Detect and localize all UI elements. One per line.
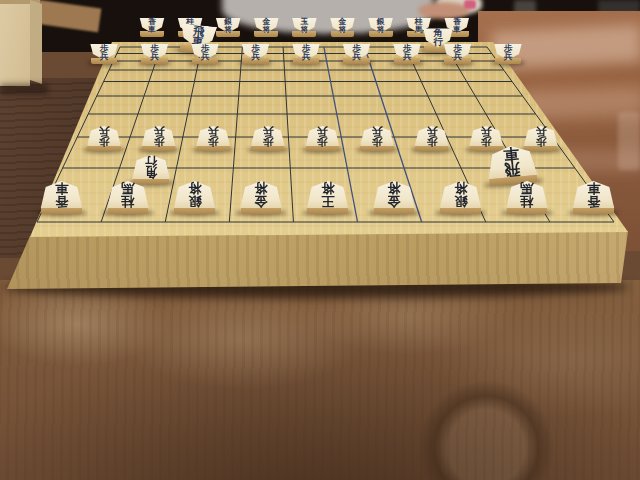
piece-G-r1c6[interactable]: 金将 — [330, 18, 356, 37]
piece-kanji: 金将 — [330, 18, 356, 33]
piece-P-r7c6[interactable]: 歩兵 — [359, 126, 395, 151]
piece-S-r1c7[interactable]: 銀将 — [368, 18, 394, 37]
piece-P-r7c5[interactable]: 歩兵 — [304, 126, 340, 151]
piece-kanji: 飛車 — [485, 144, 540, 180]
piece-N-r9c2[interactable]: 桂馬 — [106, 181, 150, 214]
piece-kanji: 香車 — [40, 181, 84, 208]
piece-kanji: 歩兵 — [443, 44, 472, 60]
piece-kanji: 金将 — [239, 181, 283, 208]
piece-kanji: 歩兵 — [191, 44, 220, 60]
piece-kanji: 香車 — [139, 18, 165, 33]
piece-P-r3c2[interactable]: 歩兵 — [140, 44, 169, 64]
piece-P-r3c6[interactable]: 歩兵 — [342, 44, 371, 64]
piece-N-r9c8[interactable]: 桂馬 — [505, 181, 549, 214]
piece-kanji: 歩兵 — [468, 126, 504, 146]
piece-kanji: 桂馬 — [505, 181, 549, 208]
shogi-photo-scene: 香車桂馬銀将金将玉将金将銀将桂馬香車飛車角行歩兵歩兵歩兵歩兵歩兵歩兵歩兵歩兵歩兵… — [0, 0, 640, 480]
piece-kanji: 銀将 — [439, 181, 483, 208]
piece-kanji: 銀将 — [368, 18, 394, 33]
piece-K-r1c5[interactable]: 玉将 — [291, 18, 317, 37]
piece-kanji: 桂馬 — [106, 181, 150, 208]
piece-P-r7c2[interactable]: 歩兵 — [141, 126, 177, 151]
piece-kanji: 玉将 — [291, 18, 317, 33]
piece-L-r9c9[interactable]: 香車 — [572, 181, 616, 214]
piece-kanji: 王将 — [306, 181, 350, 208]
piece-G-r1c4[interactable]: 金将 — [253, 18, 279, 37]
piece-kanji: 銀将 — [173, 181, 217, 208]
piece-kanji: 金将 — [372, 181, 416, 208]
piece-P-r3c9[interactable]: 歩兵 — [494, 44, 523, 64]
piece-P-r3c1[interactable]: 歩兵 — [90, 44, 119, 64]
piece-kanji: 歩兵 — [414, 126, 450, 146]
piece-G-r9c4[interactable]: 金将 — [239, 181, 283, 214]
piece-kanji: 歩兵 — [342, 44, 371, 60]
piece-P-r3c8[interactable]: 歩兵 — [443, 44, 472, 64]
piece-kanji: 歩兵 — [359, 126, 395, 146]
piece-P-r7c7[interactable]: 歩兵 — [414, 126, 450, 151]
piece-L-r1c1[interactable]: 香車 — [139, 18, 165, 37]
piece-P-r3c3[interactable]: 歩兵 — [191, 44, 220, 64]
piece-S-r9c3[interactable]: 銀将 — [173, 181, 217, 214]
piece-kanji: 金将 — [253, 18, 279, 33]
piece-K-r9c5[interactable]: 王将 — [306, 181, 350, 214]
piece-kanji: 歩兵 — [141, 126, 177, 146]
piece-S-r1c3[interactable]: 銀将 — [215, 18, 241, 37]
piece-kanji: 歩兵 — [393, 44, 422, 60]
piece-P-r7c4[interactable]: 歩兵 — [250, 126, 286, 151]
piece-G-r9c6[interactable]: 金将 — [372, 181, 416, 214]
piece-kanji: 歩兵 — [250, 126, 286, 146]
piece-kanji: 歩兵 — [292, 44, 321, 60]
piece-S-r9c7[interactable]: 銀将 — [439, 181, 483, 214]
piece-R-r8c8[interactable]: 飛車 — [485, 144, 540, 186]
piece-P-r7c1[interactable]: 歩兵 — [86, 126, 122, 151]
pieces-layer: 香車桂馬銀将金将玉将金将銀将桂馬香車飛車角行歩兵歩兵歩兵歩兵歩兵歩兵歩兵歩兵歩兵… — [0, 0, 640, 480]
piece-P-r3c7[interactable]: 歩兵 — [393, 44, 422, 64]
piece-kanji: 歩兵 — [90, 44, 119, 60]
piece-kanji: 香車 — [572, 181, 616, 208]
piece-B-r8c2[interactable]: 角行 — [131, 155, 171, 184]
piece-P-r3c5[interactable]: 歩兵 — [292, 44, 321, 64]
piece-kanji: 歩兵 — [195, 126, 231, 146]
piece-kanji: 歩兵 — [523, 126, 559, 146]
piece-L-r9c1[interactable]: 香車 — [40, 181, 84, 214]
piece-kanji: 歩兵 — [304, 126, 340, 146]
piece-kanji: 歩兵 — [86, 126, 122, 146]
piece-P-r7c3[interactable]: 歩兵 — [195, 126, 231, 151]
piece-P-r3c4[interactable]: 歩兵 — [241, 44, 270, 64]
piece-kanji: 歩兵 — [494, 44, 523, 60]
piece-kanji: 銀将 — [215, 18, 241, 33]
piece-kanji: 角行 — [131, 155, 171, 179]
piece-kanji: 歩兵 — [241, 44, 270, 60]
piece-kanji: 歩兵 — [140, 44, 169, 60]
